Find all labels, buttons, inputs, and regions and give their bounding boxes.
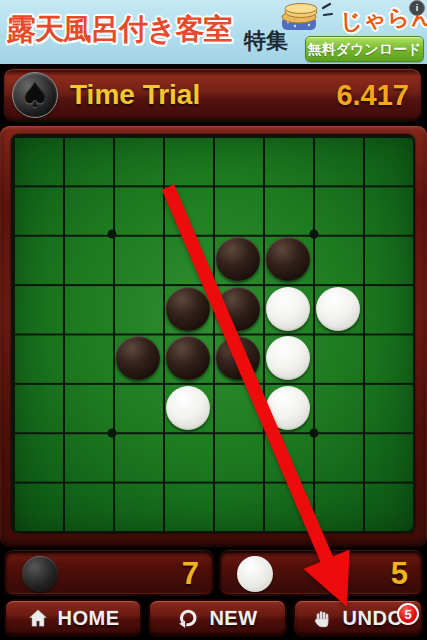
cell-e4[interactable] bbox=[213, 284, 263, 333]
cell-h4[interactable] bbox=[363, 284, 413, 333]
home-button[interactable]: HOME bbox=[4, 599, 142, 637]
cell-g4[interactable] bbox=[313, 284, 363, 333]
cell-h2[interactable] bbox=[363, 185, 413, 234]
black-disc-icon bbox=[22, 556, 58, 592]
home-label: HOME bbox=[58, 607, 120, 630]
cell-d4[interactable] bbox=[163, 284, 213, 333]
cell-g8[interactable] bbox=[313, 482, 363, 531]
cell-e3[interactable] bbox=[213, 235, 263, 284]
cell-h1[interactable] bbox=[363, 136, 413, 185]
cell-b5[interactable] bbox=[63, 334, 113, 383]
cell-b1[interactable] bbox=[63, 136, 113, 185]
cell-g2[interactable] bbox=[313, 185, 363, 234]
cell-g7[interactable] bbox=[313, 432, 363, 481]
cell-a2[interactable] bbox=[13, 185, 63, 234]
board-frame bbox=[0, 126, 427, 547]
cell-d8[interactable] bbox=[163, 482, 213, 531]
cell-h7[interactable] bbox=[363, 432, 413, 481]
white-disc bbox=[266, 336, 310, 380]
cell-c6[interactable] bbox=[113, 383, 163, 432]
new-label: NEW bbox=[209, 607, 257, 630]
cell-b6[interactable] bbox=[63, 383, 113, 432]
cell-f6[interactable] bbox=[263, 383, 313, 432]
cell-a5[interactable] bbox=[13, 334, 63, 383]
cell-e8[interactable] bbox=[213, 482, 263, 531]
white-disc bbox=[166, 386, 210, 430]
cell-f1[interactable] bbox=[263, 136, 313, 185]
cell-h8[interactable] bbox=[363, 482, 413, 531]
white-score-panel: 5 bbox=[219, 551, 423, 596]
cell-b4[interactable] bbox=[63, 284, 113, 333]
cell-a4[interactable] bbox=[13, 284, 63, 333]
cell-h3[interactable] bbox=[363, 235, 413, 284]
cell-a3[interactable] bbox=[13, 235, 63, 284]
black-disc bbox=[216, 237, 260, 281]
cell-a1[interactable] bbox=[13, 136, 63, 185]
white-score: 5 bbox=[391, 556, 408, 592]
restart-icon bbox=[177, 607, 200, 630]
cell-c4[interactable] bbox=[113, 284, 163, 333]
cell-c5[interactable] bbox=[113, 334, 163, 383]
info-icon[interactable]: i bbox=[409, 0, 425, 16]
board-cells bbox=[13, 136, 413, 531]
new-game-button[interactable]: NEW bbox=[148, 599, 287, 637]
black-disc bbox=[216, 287, 260, 331]
black-disc bbox=[116, 336, 160, 380]
black-score-panel: 7 bbox=[4, 551, 214, 596]
cell-g3[interactable] bbox=[313, 235, 363, 284]
undo-count-badge: 5 bbox=[397, 603, 419, 625]
timer-value: 6.417 bbox=[336, 79, 409, 112]
cell-f2[interactable] bbox=[263, 185, 313, 234]
cell-e1[interactable] bbox=[213, 136, 263, 185]
game-header: ♠ Time Trial 6.417 bbox=[3, 68, 422, 122]
cell-c1[interactable] bbox=[113, 136, 163, 185]
cell-f3[interactable] bbox=[263, 235, 313, 284]
cell-e5[interactable] bbox=[213, 334, 263, 383]
cell-c7[interactable] bbox=[113, 432, 163, 481]
cell-a7[interactable] bbox=[13, 432, 63, 481]
cell-h5[interactable] bbox=[363, 334, 413, 383]
cell-f8[interactable] bbox=[263, 482, 313, 531]
cell-f4[interactable] bbox=[263, 284, 313, 333]
white-disc bbox=[266, 287, 310, 331]
mode-title: Time Trial bbox=[70, 79, 200, 111]
cell-e7[interactable] bbox=[213, 432, 263, 481]
undo-button[interactable]: UNDO 5 bbox=[293, 599, 423, 637]
white-disc bbox=[316, 287, 360, 331]
cell-c8[interactable] bbox=[113, 482, 163, 531]
white-disc bbox=[266, 386, 310, 430]
cell-d7[interactable] bbox=[163, 432, 213, 481]
black-score: 7 bbox=[182, 556, 199, 592]
cell-c3[interactable] bbox=[113, 235, 163, 284]
undo-label: UNDO bbox=[343, 607, 404, 630]
cell-e6[interactable] bbox=[213, 383, 263, 432]
cell-c2[interactable] bbox=[113, 185, 163, 234]
ad-headline: 露天風呂付き客室 bbox=[7, 10, 232, 50]
cell-h6[interactable] bbox=[363, 383, 413, 432]
cell-g5[interactable] bbox=[313, 334, 363, 383]
cell-b2[interactable] bbox=[63, 185, 113, 234]
black-disc bbox=[266, 237, 310, 281]
spade-icon: ♠ bbox=[12, 72, 58, 118]
cell-f7[interactable] bbox=[263, 432, 313, 481]
black-disc bbox=[166, 287, 210, 331]
cell-d1[interactable] bbox=[163, 136, 213, 185]
home-icon bbox=[27, 607, 49, 629]
black-disc bbox=[216, 336, 260, 380]
othello-board bbox=[11, 134, 415, 533]
cell-b3[interactable] bbox=[63, 235, 113, 284]
cell-d3[interactable] bbox=[163, 235, 213, 284]
cell-f5[interactable] bbox=[263, 334, 313, 383]
cell-g1[interactable] bbox=[313, 136, 363, 185]
cell-e2[interactable] bbox=[213, 185, 263, 234]
cell-a8[interactable] bbox=[13, 482, 63, 531]
cell-d5[interactable] bbox=[163, 334, 213, 383]
cell-d2[interactable] bbox=[163, 185, 213, 234]
hand-icon bbox=[313, 608, 334, 629]
cell-a6[interactable] bbox=[13, 383, 63, 432]
white-disc-icon bbox=[237, 556, 273, 592]
black-disc bbox=[166, 336, 210, 380]
ad-banner[interactable]: 露天風呂付き客室 特集 じゃらん i 無料ダウンロード bbox=[0, 0, 427, 64]
cell-d6[interactable] bbox=[163, 383, 213, 432]
cell-b8[interactable] bbox=[63, 482, 113, 531]
download-button[interactable]: 無料ダウンロード bbox=[305, 36, 424, 62]
cell-g6[interactable] bbox=[313, 383, 363, 432]
cell-b7[interactable] bbox=[63, 432, 113, 481]
